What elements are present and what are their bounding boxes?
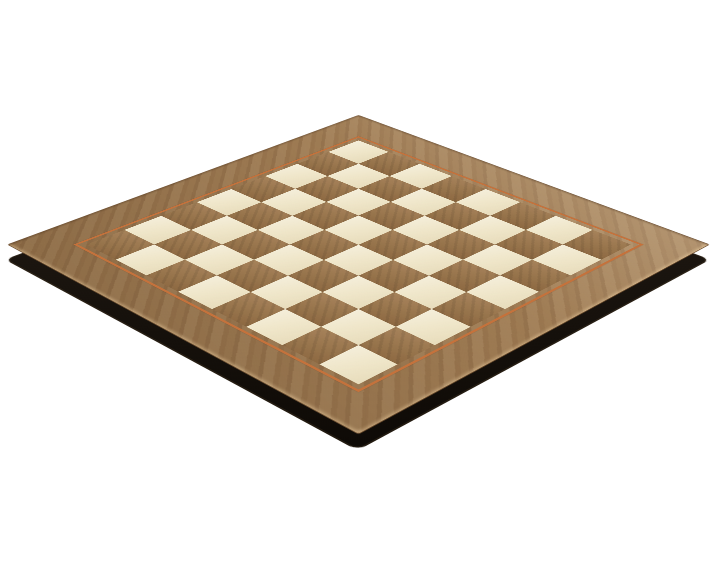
photo-background xyxy=(0,0,720,576)
board-scene xyxy=(0,0,720,576)
chess-board xyxy=(7,115,710,435)
inlay-border xyxy=(74,136,644,392)
